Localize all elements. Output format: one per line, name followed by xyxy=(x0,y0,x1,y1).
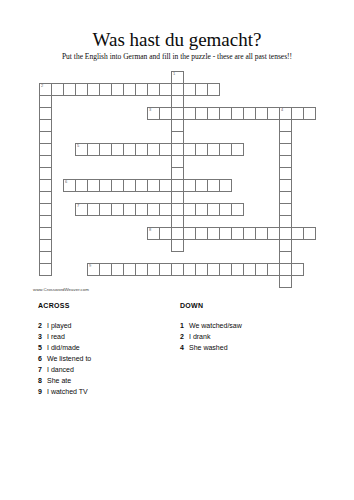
clue-item-6: 6We listened to xyxy=(38,353,91,364)
grid-cell-r16c21[interactable] xyxy=(291,263,304,276)
clue-item-text: I did/made xyxy=(47,342,80,353)
grid-cell-r13c22[interactable] xyxy=(303,227,316,240)
cell-clue-number-4: 4 xyxy=(281,108,283,112)
clue-item-text: I played xyxy=(47,320,72,331)
clue-item-8: 8She ate xyxy=(38,375,91,386)
grid-cell-r9c15[interactable] xyxy=(219,179,232,192)
grid-cell-r11c16[interactable] xyxy=(231,203,244,216)
cell-clue-number-5: 5 xyxy=(77,144,79,148)
across-clues-section: ACROSS 2I played3I read5I did/made6We li… xyxy=(38,302,91,397)
worksheet-page: Was hast du gemacht? Put the English int… xyxy=(0,0,354,500)
grid-cell-r16c0[interactable] xyxy=(39,263,52,276)
clue-item-text: She ate xyxy=(47,375,71,386)
clue-item-text: I read xyxy=(47,331,65,342)
page-title: Was hast du gemacht? xyxy=(0,30,354,50)
clue-item-text: We watched/saw xyxy=(189,320,242,331)
down-heading: DOWN xyxy=(180,302,242,310)
cell-clue-number-6: 6 xyxy=(65,180,67,184)
clue-item-number: 8 xyxy=(38,375,43,386)
cell-clue-number-3: 3 xyxy=(149,108,151,112)
clue-item-5: 5I did/made xyxy=(38,342,91,353)
grid-cell-r14c11[interactable] xyxy=(171,239,184,252)
clue-item-number: 2 xyxy=(38,320,43,331)
clue-item-number: 1 xyxy=(180,320,185,331)
crossword-grid: 123456789 xyxy=(39,71,317,289)
cell-clue-number-8: 8 xyxy=(149,228,151,232)
clue-item-1: 1We watched/saw xyxy=(180,320,242,331)
clue-item-3: 3I read xyxy=(38,331,91,342)
clue-item-number: 5 xyxy=(38,342,43,353)
cell-clue-number-1: 1 xyxy=(173,72,175,76)
clue-item-text: We listened to xyxy=(47,353,91,364)
grid-cell-r6c16[interactable] xyxy=(231,143,244,156)
clue-item-2: 2I drank xyxy=(180,331,242,342)
clue-item-number: 6 xyxy=(38,353,43,364)
clue-item-text: I watched TV xyxy=(47,386,88,397)
grid-cell-r17c20[interactable] xyxy=(279,275,292,288)
grid-cell-r1c14[interactable] xyxy=(207,83,220,96)
clue-item-7: 7I danced xyxy=(38,364,91,375)
cell-clue-number-2: 2 xyxy=(41,84,43,88)
clue-item-text: I danced xyxy=(47,364,74,375)
clue-item-text: She washed xyxy=(189,342,228,353)
clue-item-number: 4 xyxy=(180,342,185,353)
clue-item-text: I drank xyxy=(189,331,210,342)
page-subtitle: Put the English into German and fill in … xyxy=(0,52,354,61)
clue-item-number: 7 xyxy=(38,364,43,375)
clue-item-number: 9 xyxy=(38,386,43,397)
watermark-text: www.CrosswordWeaver.com xyxy=(33,287,89,292)
cell-clue-number-7: 7 xyxy=(77,204,79,208)
grid-cell-r3c22[interactable] xyxy=(303,107,316,120)
clue-item-number: 2 xyxy=(180,331,185,342)
cell-clue-number-9: 9 xyxy=(89,264,91,268)
clue-item-number: 3 xyxy=(38,331,43,342)
across-heading: ACROSS xyxy=(38,302,91,310)
across-clue-list: 2I played3I read5I did/made6We listened … xyxy=(38,320,91,397)
down-clues-section: DOWN 1We watched/saw2I drank4She washed xyxy=(180,302,242,353)
clue-item-9: 9I watched TV xyxy=(38,386,91,397)
clue-item-4: 4She washed xyxy=(180,342,242,353)
down-clue-list: 1We watched/saw2I drank4She washed xyxy=(180,320,242,353)
clue-item-2: 2I played xyxy=(38,320,91,331)
